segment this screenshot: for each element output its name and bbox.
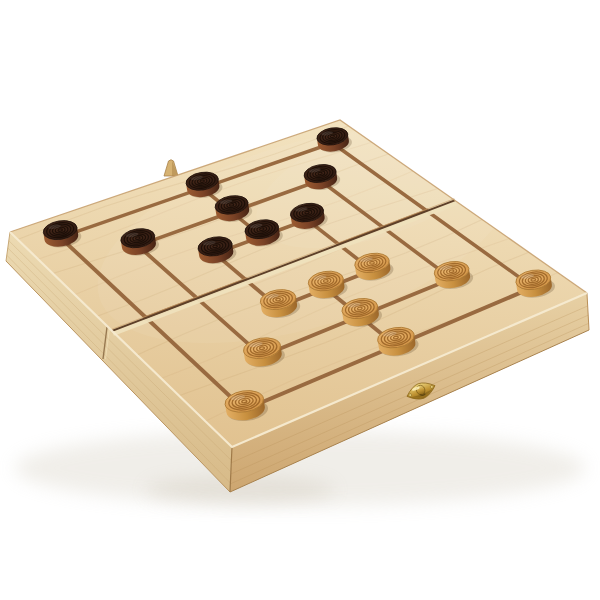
nine-mens-morris-board-photo <box>0 0 600 600</box>
product-photo-canvas <box>0 0 600 600</box>
